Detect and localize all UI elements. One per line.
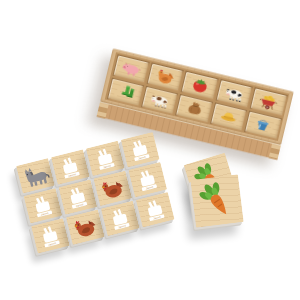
- grid-tile-facedown[interactable]: Janod: [58, 179, 97, 215]
- grid-tile-facedown[interactable]: Janod: [121, 132, 160, 168]
- grid-tile-facedown[interactable]: Janod: [136, 192, 175, 228]
- grid-tile-facedown[interactable]: Janod: [51, 149, 90, 185]
- grid-tile-facedown[interactable]: Janod: [86, 141, 125, 177]
- janod-rabbit-logo-icon: Janod: [101, 201, 140, 237]
- box-tile-cow-spotted[interactable]: [142, 86, 177, 113]
- janod-rabbit-logo-icon: Janod: [86, 141, 125, 177]
- carrot-icon: [190, 174, 243, 227]
- donkey-icon: [16, 158, 55, 194]
- product-photo-stage: JanodJanodJanodJanodJanodJanodJanodJanod…: [0, 0, 300, 300]
- box-corner-joint-left: [97, 103, 109, 119]
- cow-spotted-icon: [142, 86, 177, 113]
- grid-tile-facedown[interactable]: Janod: [128, 162, 167, 198]
- box-corner-joint-right: [269, 144, 281, 160]
- memory-tile-grid: JanodJanodJanodJanodJanodJanodJanodJanod…: [16, 132, 175, 254]
- hen-icon: [93, 171, 132, 207]
- box-tile-sack[interactable]: [177, 95, 212, 122]
- grid-tile-hen[interactable]: [93, 171, 132, 207]
- janod-rabbit-logo-icon: Janod: [136, 192, 175, 228]
- janod-rabbit-logo-icon: Janod: [121, 132, 160, 168]
- grid-tile-facedown[interactable]: Janod: [101, 201, 140, 237]
- loose-tile-carrot[interactable]: [190, 174, 243, 227]
- janod-rabbit-logo-icon: Janod: [23, 188, 62, 224]
- hat-icon: [211, 103, 246, 130]
- bucket-icon: [245, 111, 280, 138]
- janod-rabbit-logo-icon: Janod: [128, 162, 167, 198]
- janod-rabbit-logo-icon: Janod: [58, 179, 97, 215]
- grid-tile-hen[interactable]: [66, 209, 105, 245]
- boots-icon: [108, 78, 143, 105]
- box-tile-hat[interactable]: [211, 103, 246, 130]
- janod-rabbit-logo-icon: Janod: [31, 218, 70, 254]
- grid-tile-facedown[interactable]: Janod: [31, 218, 70, 254]
- grid-tile-facedown[interactable]: Janod: [23, 188, 62, 224]
- box-tile-bucket[interactable]: [245, 111, 280, 138]
- janod-rabbit-logo-icon: Janod: [51, 149, 90, 185]
- sack-icon: [177, 95, 212, 122]
- grid-tile-donkey[interactable]: [16, 158, 55, 194]
- hen-icon: [66, 209, 105, 245]
- box-tile-boots[interactable]: [108, 78, 143, 105]
